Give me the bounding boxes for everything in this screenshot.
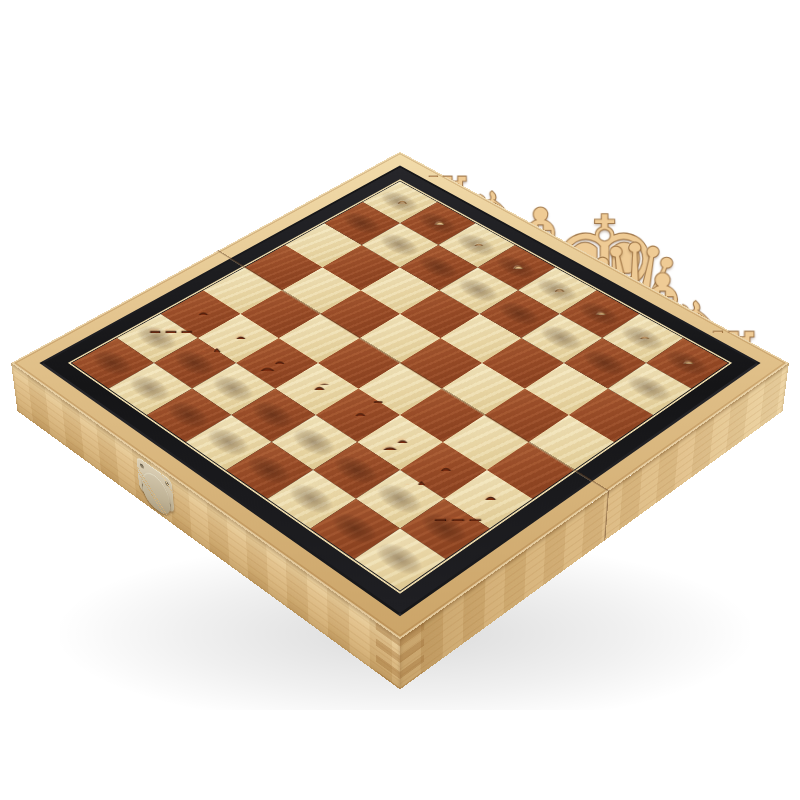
piece-shadow	[245, 397, 300, 432]
piece-shadow	[325, 509, 383, 548]
piece-shadow	[493, 298, 546, 329]
latch-screw	[165, 481, 169, 487]
piece-shadow	[534, 322, 588, 354]
piece-shadow	[369, 539, 429, 580]
piece-shadow	[577, 346, 632, 379]
piece-shadow	[327, 451, 384, 488]
piece-shadow	[206, 371, 260, 405]
piece-shadow	[161, 397, 215, 432]
piece-shadow	[168, 346, 221, 379]
piece-shadow	[413, 252, 464, 282]
piece-shadow	[86, 346, 138, 379]
piece-shadow	[452, 275, 504, 305]
piece-shadow	[374, 230, 424, 259]
piece-shadow	[370, 480, 428, 518]
product-photo-chess-set: { "game": "chess", "scene": { "descripti…	[0, 0, 800, 800]
piece-shadow	[337, 209, 386, 237]
piece-shadow	[286, 424, 342, 460]
piece-shadow	[200, 424, 255, 460]
piece-shadow	[123, 371, 176, 405]
piece-shadow	[241, 451, 297, 488]
squares: ♜♞♝♚♛♝♞♜♟♟♟♟♟♟♟♟♟♟♟♟♟♟♟♟♜♞♝♛♚♝♞♜	[72, 181, 728, 590]
piece-shadow	[282, 480, 339, 518]
